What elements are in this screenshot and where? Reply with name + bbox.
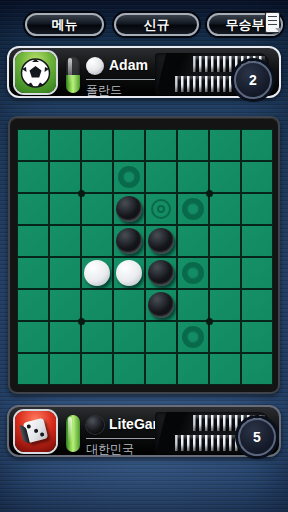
board-cell-f4[interactable] (177, 225, 209, 257)
board-cell-c7[interactable] (81, 321, 113, 353)
board-cell-h7[interactable] (241, 321, 273, 353)
board-cell-e2[interactable] (145, 161, 177, 193)
draw-offer-sheet-icon (265, 12, 280, 33)
board-cell-b5[interactable] (49, 257, 81, 289)
dice-avatar (15, 411, 56, 452)
black-disc (116, 228, 142, 254)
black-disc (148, 260, 174, 286)
board-cell-a8[interactable] (17, 353, 49, 385)
board-cell-d1[interactable] (113, 129, 145, 161)
legal-move-hint[interactable] (182, 262, 204, 284)
board-cell-c4[interactable] (81, 225, 113, 257)
board-cell-b2[interactable] (49, 161, 81, 193)
player-panel-bottom: LiteGames 대한민국 5 (7, 405, 281, 457)
board-cell-h5[interactable] (241, 257, 273, 289)
board-cell-e7[interactable] (145, 321, 177, 353)
board-cell-b1[interactable] (49, 129, 81, 161)
board-cell-c3[interactable] (81, 193, 113, 225)
last-move-marker (151, 199, 171, 219)
board-cell-g8[interactable] (209, 353, 241, 385)
board-grid (17, 129, 273, 385)
board-cell-a2[interactable] (17, 161, 49, 193)
board-cell-a7[interactable] (17, 321, 49, 353)
board-cell-a5[interactable] (17, 257, 49, 289)
draw-button[interactable]: 무승부 (207, 13, 283, 36)
board-cell-d6[interactable] (113, 289, 145, 321)
board-cell-d2[interactable] (113, 161, 145, 193)
player-name-top: Adam (109, 57, 148, 73)
board-cell-f2[interactable] (177, 161, 209, 193)
legal-move-hint[interactable] (182, 198, 204, 220)
board-cell-g3[interactable] (209, 193, 241, 225)
board-cell-g7[interactable] (209, 321, 241, 353)
legal-move-hint[interactable] (118, 166, 140, 188)
board-frame (8, 116, 280, 394)
board-cell-g5[interactable] (209, 257, 241, 289)
board-cell-f6[interactable] (177, 289, 209, 321)
board-cell-c6[interactable] (81, 289, 113, 321)
board-star-dot (78, 190, 85, 197)
board-star-dot (78, 318, 85, 325)
board-cell-d8[interactable] (113, 353, 145, 385)
board-cell-a6[interactable] (17, 289, 49, 321)
board-cell-e3[interactable] (145, 193, 177, 225)
board-cell-c1[interactable] (81, 129, 113, 161)
menu-button[interactable]: 메뉴 (25, 13, 104, 36)
board-star-dot (206, 190, 213, 197)
score-badge-bottom: 5 (238, 418, 276, 456)
board-cell-c5 (81, 257, 113, 289)
board-cell-e6 (145, 289, 177, 321)
black-disc (148, 292, 174, 318)
board-cell-c2[interactable] (81, 161, 113, 193)
board-cell-b8[interactable] (49, 353, 81, 385)
board-cell-g4[interactable] (209, 225, 241, 257)
board-cell-e5 (145, 257, 177, 289)
board-cell-b4[interactable] (49, 225, 81, 257)
white-disc (116, 260, 142, 286)
black-disc (148, 228, 174, 254)
board-cell-f7[interactable] (177, 321, 209, 353)
board-cell-b3[interactable] (49, 193, 81, 225)
board-cell-h6[interactable] (241, 289, 273, 321)
board-cell-b6[interactable] (49, 289, 81, 321)
board-cell-a1[interactable] (17, 129, 49, 161)
board-cell-d3 (113, 193, 145, 225)
board-cell-d4 (113, 225, 145, 257)
player-country-top: 폴란드 (86, 82, 122, 99)
timer-capsule-top (66, 56, 80, 93)
board-cell-c8[interactable] (81, 353, 113, 385)
board (17, 129, 273, 385)
board-cell-h2[interactable] (241, 161, 273, 193)
board-cell-d7[interactable] (113, 321, 145, 353)
board-cell-e1[interactable] (145, 129, 177, 161)
board-cell-b7[interactable] (49, 321, 81, 353)
white-disc (84, 260, 110, 286)
dice-icon (23, 418, 48, 443)
soccer-ball-icon (15, 52, 56, 93)
board-cell-e4 (145, 225, 177, 257)
board-cell-g2[interactable] (209, 161, 241, 193)
player-panel-top: Adam 폴란드 2 (7, 46, 281, 98)
new-game-button[interactable]: 신규 (114, 13, 199, 36)
board-cell-g1[interactable] (209, 129, 241, 161)
board-cell-f3[interactable] (177, 193, 209, 225)
timer-capsule-bottom (66, 415, 80, 452)
soccer-ball-avatar (15, 52, 56, 93)
board-cell-g6[interactable] (209, 289, 241, 321)
board-cell-f8[interactable] (177, 353, 209, 385)
board-cell-h1[interactable] (241, 129, 273, 161)
board-cell-d5 (113, 257, 145, 289)
board-cell-h3[interactable] (241, 193, 273, 225)
app-screen: 메뉴 신규 무승부 Adam 폴란드 2 (0, 0, 288, 512)
board-cell-f5[interactable] (177, 257, 209, 289)
score-badge-top: 2 (234, 61, 272, 99)
board-star-dot (206, 318, 213, 325)
board-cell-a4[interactable] (17, 225, 49, 257)
board-cell-h8[interactable] (241, 353, 273, 385)
board-cell-a3[interactable] (17, 193, 49, 225)
black-disc (116, 196, 142, 222)
black-disc-indicator (86, 416, 104, 434)
board-cell-e8[interactable] (145, 353, 177, 385)
player-country-bottom: 대한민국 (86, 441, 134, 458)
white-disc-indicator (86, 57, 104, 75)
board-cell-f1[interactable] (177, 129, 209, 161)
board-cell-h4[interactable] (241, 225, 273, 257)
draw-button-label: 무승부 (226, 17, 265, 32)
legal-move-hint[interactable] (182, 326, 204, 348)
